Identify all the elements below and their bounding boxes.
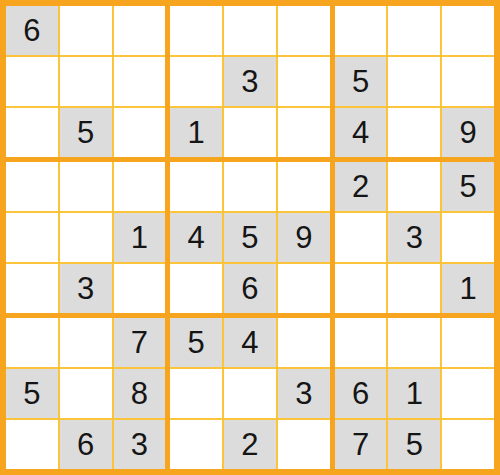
cell-r4c6-empty[interactable] — [278, 162, 330, 211]
sudoku-box-r3c2: 5432 — [170, 318, 329, 469]
cell-r2c6-empty[interactable] — [278, 57, 330, 106]
sudoku-box-r3c1: 75863 — [6, 318, 165, 469]
cell-r6c4-empty[interactable] — [170, 264, 222, 313]
cell-r7c4-given: 5 — [170, 318, 222, 367]
cell-r4c4-empty[interactable] — [170, 162, 222, 211]
cell-r9c4-empty[interactable] — [170, 420, 222, 469]
cell-r4c2-empty[interactable] — [60, 162, 112, 211]
cell-r8c2-empty[interactable] — [60, 369, 112, 418]
cell-r5c8-given: 3 — [388, 213, 440, 262]
cell-r9c7-given: 7 — [335, 420, 387, 469]
cell-r9c6-empty[interactable] — [278, 420, 330, 469]
cell-r9c2-given: 6 — [60, 420, 112, 469]
cell-r3c9-given: 9 — [442, 108, 494, 157]
cell-r3c7-given: 4 — [335, 108, 387, 157]
cell-r3c2-given: 5 — [60, 108, 112, 157]
cell-r5c9-empty[interactable] — [442, 213, 494, 262]
cell-r3c6-empty[interactable] — [278, 108, 330, 157]
cell-r7c1-empty[interactable] — [6, 318, 58, 367]
sudoku-box-r1c1: 65 — [6, 6, 165, 157]
cell-r1c3-empty[interactable] — [114, 6, 166, 55]
cell-r2c4-empty[interactable] — [170, 57, 222, 106]
cell-r7c5-given: 4 — [224, 318, 276, 367]
cell-r9c1-empty[interactable] — [6, 420, 58, 469]
cell-r4c5-empty[interactable] — [224, 162, 276, 211]
cell-r5c6-given: 9 — [278, 213, 330, 262]
cell-r6c3-empty[interactable] — [114, 264, 166, 313]
sudoku-box-r1c2: 31 — [170, 6, 329, 157]
sudoku-box-r2c2: 4596 — [170, 162, 329, 313]
cell-r3c5-empty[interactable] — [224, 108, 276, 157]
cell-r5c3-given: 1 — [114, 213, 166, 262]
cell-r6c2-given: 3 — [60, 264, 112, 313]
cell-r2c7-given: 5 — [335, 57, 387, 106]
cell-r7c3-given: 7 — [114, 318, 166, 367]
cell-r6c5-given: 6 — [224, 264, 276, 313]
cell-r2c8-empty[interactable] — [388, 57, 440, 106]
cell-r5c7-empty[interactable] — [335, 213, 387, 262]
cell-r9c8-given: 5 — [388, 420, 440, 469]
cell-r2c9-empty[interactable] — [442, 57, 494, 106]
cell-r4c3-empty[interactable] — [114, 162, 166, 211]
cell-r8c4-empty[interactable] — [170, 369, 222, 418]
cell-r2c1-empty[interactable] — [6, 57, 58, 106]
cell-r4c7-given: 2 — [335, 162, 387, 211]
cell-r7c8-empty[interactable] — [388, 318, 440, 367]
cell-r1c1-given: 6 — [6, 6, 58, 55]
sudoku-board: 653154913459625317586354326175 — [0, 0, 500, 475]
cell-r4c8-empty[interactable] — [388, 162, 440, 211]
cell-r8c9-empty[interactable] — [442, 369, 494, 418]
cell-r3c3-empty[interactable] — [114, 108, 166, 157]
cell-r2c2-empty[interactable] — [60, 57, 112, 106]
cell-r7c9-empty[interactable] — [442, 318, 494, 367]
cell-r1c8-empty[interactable] — [388, 6, 440, 55]
cell-r6c1-empty[interactable] — [6, 264, 58, 313]
cell-r3c1-empty[interactable] — [6, 108, 58, 157]
cell-r5c5-given: 5 — [224, 213, 276, 262]
cell-r1c2-empty[interactable] — [60, 6, 112, 55]
cell-r3c4-given: 1 — [170, 108, 222, 157]
cell-r8c1-given: 5 — [6, 369, 58, 418]
cell-r1c5-empty[interactable] — [224, 6, 276, 55]
cell-r8c8-given: 1 — [388, 369, 440, 418]
cell-r2c3-empty[interactable] — [114, 57, 166, 106]
cell-r8c3-given: 8 — [114, 369, 166, 418]
cell-r8c6-given: 3 — [278, 369, 330, 418]
cell-r8c7-given: 6 — [335, 369, 387, 418]
sudoku-box-r2c1: 13 — [6, 162, 165, 313]
cell-r1c7-empty[interactable] — [335, 6, 387, 55]
cell-r6c8-empty[interactable] — [388, 264, 440, 313]
cell-r7c2-empty[interactable] — [60, 318, 112, 367]
cell-r6c7-empty[interactable] — [335, 264, 387, 313]
cell-r4c1-empty[interactable] — [6, 162, 58, 211]
cell-r2c5-given: 3 — [224, 57, 276, 106]
cell-r1c6-empty[interactable] — [278, 6, 330, 55]
cell-r7c7-empty[interactable] — [335, 318, 387, 367]
cell-r4c9-given: 5 — [442, 162, 494, 211]
cell-r9c3-given: 3 — [114, 420, 166, 469]
cell-r6c6-empty[interactable] — [278, 264, 330, 313]
cell-r5c4-given: 4 — [170, 213, 222, 262]
cell-r1c9-empty[interactable] — [442, 6, 494, 55]
cell-r6c9-given: 1 — [442, 264, 494, 313]
sudoku-board-container: 653154913459625317586354326175 — [0, 0, 500, 475]
cell-r5c2-empty[interactable] — [60, 213, 112, 262]
sudoku-box-r2c3: 2531 — [335, 162, 494, 313]
cell-r8c5-empty[interactable] — [224, 369, 276, 418]
cell-r3c8-empty[interactable] — [388, 108, 440, 157]
cell-r1c4-empty[interactable] — [170, 6, 222, 55]
cell-r7c6-empty[interactable] — [278, 318, 330, 367]
cell-r9c9-empty[interactable] — [442, 420, 494, 469]
sudoku-box-r3c3: 6175 — [335, 318, 494, 469]
cell-r9c5-given: 2 — [224, 420, 276, 469]
cell-r5c1-empty[interactable] — [6, 213, 58, 262]
sudoku-box-r1c3: 549 — [335, 6, 494, 157]
